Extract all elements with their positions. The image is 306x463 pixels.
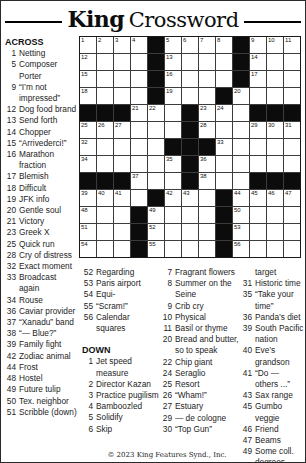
- grid-cell[interactable]: 36: [199, 156, 215, 172]
- title-king: King: [67, 6, 124, 32]
- grid-cell[interactable]: 55: [148, 241, 164, 257]
- clue-column-2: 52Regarding53Paris airport54Equi-55“Scra…: [79, 267, 161, 463]
- cell-number: 52: [149, 224, 156, 231]
- grid-cell[interactable]: 41: [114, 190, 130, 206]
- grid-cell[interactable]: [165, 173, 181, 189]
- clue-text: “Wham!”: [175, 390, 241, 401]
- cell-number: 28: [200, 122, 207, 129]
- cell-number: 53: [234, 224, 241, 231]
- clue-number: 39: [241, 323, 252, 345]
- grid-cell[interactable]: 27: [114, 122, 130, 138]
- grid-cell[interactable]: [284, 156, 300, 172]
- clue-item: 20Bread and butter, so to speak: [161, 334, 241, 356]
- grid-cell[interactable]: 39: [80, 190, 96, 206]
- clue-number: 21: [5, 216, 16, 227]
- masthead-rule-left: [5, 21, 62, 23]
- clue-item: 38“— Blue?”: [5, 328, 78, 339]
- grid-cell[interactable]: [97, 156, 113, 172]
- clue-text: Victory: [19, 216, 78, 227]
- grid-cell[interactable]: 6: [182, 37, 198, 53]
- grid-cell[interactable]: 4: [131, 37, 147, 53]
- clue-number: 2: [82, 379, 93, 390]
- grid-cell[interactable]: 29: [250, 122, 266, 138]
- clue-text: Basil or thyme: [175, 323, 241, 334]
- grid-cell[interactable]: 38: [199, 173, 215, 189]
- clue-text: Chopper: [19, 127, 78, 138]
- clue-item: 18Difficult: [5, 183, 78, 194]
- clue-text: Practice pugilism: [96, 390, 161, 401]
- clue-text: Composer Porter: [19, 59, 78, 81]
- clue-item: 37“Xanadu” band: [5, 317, 78, 328]
- grid-cell[interactable]: [114, 207, 130, 223]
- grid-cell[interactable]: [284, 241, 300, 257]
- grid-cell[interactable]: [97, 139, 113, 155]
- clue-text: Hostel: [19, 373, 78, 384]
- grid-cell[interactable]: [114, 88, 130, 104]
- clue-text: Blemish: [19, 171, 78, 182]
- clue-text: Eve’s grandson: [255, 345, 305, 367]
- grid-cell[interactable]: 10: [267, 37, 283, 53]
- grid-cell[interactable]: [284, 71, 300, 87]
- clue-number: 16: [5, 149, 16, 171]
- grid-cell[interactable]: [148, 139, 164, 155]
- grid-cell[interactable]: 22: [148, 105, 164, 121]
- grid-cell[interactable]: [267, 207, 283, 223]
- grid-cell[interactable]: [284, 207, 300, 223]
- grid-cell[interactable]: [131, 71, 147, 87]
- grid-cell[interactable]: [182, 207, 198, 223]
- clue-number: 53: [82, 278, 93, 289]
- black-cell: [216, 190, 232, 206]
- grid-cell[interactable]: [114, 139, 130, 155]
- clue-item: 31Historic time: [241, 278, 305, 289]
- grid-cell[interactable]: [199, 88, 215, 104]
- grid-cell[interactable]: [199, 241, 215, 257]
- grid-cell[interactable]: 52: [148, 224, 164, 240]
- grid-cell[interactable]: 23: [199, 105, 215, 121]
- grid-cell[interactable]: 16: [165, 71, 181, 87]
- grid-cell[interactable]: [114, 71, 130, 87]
- grid-cell[interactable]: 24: [216, 105, 232, 121]
- cell-number: 56: [234, 241, 241, 248]
- grid-cell[interactable]: [97, 224, 113, 240]
- down-clues-col4: target31Historic time35“Take your time”3…: [241, 267, 305, 463]
- grid-cell[interactable]: [233, 156, 249, 172]
- cell-number: 37: [132, 173, 139, 180]
- grid-cell[interactable]: 48: [80, 207, 96, 223]
- cell-number: 48: [81, 207, 88, 214]
- clue-item: target: [241, 267, 305, 278]
- clue-number: 51: [5, 407, 16, 418]
- clue-number: 13: [5, 115, 16, 126]
- clue-number: 27: [161, 401, 172, 412]
- cell-number: 46: [268, 190, 275, 197]
- grid-cell[interactable]: [97, 241, 113, 257]
- across-clue-column: ACROSS 1Netting5Composer Porter9“I’m not…: [1, 34, 79, 418]
- cell-number: 36: [200, 156, 207, 163]
- grid-cell[interactable]: 44: [233, 190, 249, 206]
- clue-number: 47: [241, 435, 252, 446]
- grid-cell[interactable]: [233, 139, 249, 155]
- grid-cell[interactable]: [165, 207, 181, 223]
- grid-cell[interactable]: [97, 207, 113, 223]
- grid-cell[interactable]: [182, 71, 198, 87]
- clue-text: Estuary: [175, 401, 241, 412]
- grid-cell[interactable]: 17: [250, 71, 266, 87]
- cell-number: 34: [81, 156, 88, 163]
- grid-cell[interactable]: [148, 173, 164, 189]
- clue-item: 50Tex. neighbor: [5, 396, 78, 407]
- black-cell: [148, 37, 164, 53]
- cell-number: 42: [166, 190, 173, 197]
- clue-column-3: 7Fragrant flowers8Summer on the Seine9Cr…: [161, 267, 241, 463]
- clue-text: Skip: [96, 424, 161, 435]
- clue-item: 7Fragrant flowers: [161, 267, 241, 278]
- clue-text: Marathon fraction: [19, 149, 78, 171]
- black-cell: [250, 105, 266, 121]
- grid-cell[interactable]: [216, 71, 232, 87]
- grid-cell[interactable]: 12: [80, 54, 96, 70]
- clue-item: 9Crib cry: [161, 301, 241, 312]
- cell-number: 39: [81, 190, 88, 197]
- black-cell: [165, 139, 181, 155]
- grid-cell[interactable]: [165, 122, 181, 138]
- grid-cell[interactable]: 21: [131, 105, 147, 121]
- grid-cell[interactable]: [267, 71, 283, 87]
- grid-cell[interactable]: [267, 139, 283, 155]
- cell-number: 10: [268, 37, 275, 44]
- clue-item: 13Send forth: [5, 115, 78, 126]
- grid-cell[interactable]: 31: [284, 122, 300, 138]
- grid-cell[interactable]: [284, 88, 300, 104]
- grid-cell[interactable]: [131, 139, 147, 155]
- grid-cell[interactable]: 56: [233, 241, 249, 257]
- clue-text: “I’m not impressed”: [19, 82, 78, 104]
- clue-text: Family fight: [19, 339, 78, 350]
- clue-number: 20: [161, 334, 172, 356]
- grid-cell[interactable]: 19: [165, 88, 181, 104]
- grid-cell[interactable]: [233, 105, 249, 121]
- grid-cell[interactable]: [148, 122, 164, 138]
- clue-text: — de cologne: [175, 413, 241, 424]
- grid-cell[interactable]: [97, 71, 113, 87]
- body-row: ACROSS 1Netting5Composer Porter9“I’m not…: [1, 34, 305, 463]
- grid-cell[interactable]: 54: [80, 241, 96, 257]
- cell-number: 30: [268, 122, 275, 129]
- grid-cell[interactable]: 2: [97, 37, 113, 53]
- grid-cell[interactable]: [216, 122, 232, 138]
- clue-number: 8: [161, 278, 172, 300]
- clue-text: Exact moment: [19, 261, 78, 272]
- clue-number: 11: [161, 323, 172, 334]
- grid-cell[interactable]: 51: [80, 224, 96, 240]
- clue-number: 35: [241, 289, 252, 311]
- grid-cell[interactable]: [114, 224, 130, 240]
- grid-cell[interactable]: [114, 54, 130, 70]
- grid-cell[interactable]: [182, 224, 198, 240]
- grid-cell[interactable]: 45: [250, 190, 266, 206]
- clue-text: Friend: [255, 424, 305, 435]
- black-cell: [284, 105, 300, 121]
- clue-item: 44Frost: [5, 362, 78, 373]
- cell-number: 41: [115, 190, 122, 197]
- clue-item: 17Blemish: [5, 171, 78, 182]
- grid-cell[interactable]: [250, 88, 266, 104]
- black-cell: [182, 156, 198, 172]
- clue-text: Greek X: [19, 227, 78, 238]
- grid-cell[interactable]: 14: [250, 54, 266, 70]
- clue-text: Gentle soul: [19, 205, 78, 216]
- clue-text: Bread and butter, so to speak: [175, 334, 241, 356]
- grid-cell[interactable]: [267, 54, 283, 70]
- clue-text: Frost: [19, 362, 78, 373]
- grid-cell[interactable]: [267, 156, 283, 172]
- black-cell: [131, 207, 147, 223]
- clue-number: 29: [161, 413, 172, 424]
- clue-text: Regarding: [96, 267, 161, 278]
- clue-number: 28: [5, 250, 16, 261]
- clue-number: 43: [241, 390, 252, 401]
- clue-number: 4: [82, 401, 93, 412]
- grid-cell[interactable]: 15: [80, 71, 96, 87]
- grid-cell[interactable]: [216, 156, 232, 172]
- grid-cell[interactable]: [233, 122, 249, 138]
- grid-cell[interactable]: [165, 241, 181, 257]
- clue-item: 43Sax range: [241, 390, 305, 401]
- clue-number: 3: [82, 390, 93, 401]
- grid-cell[interactable]: [284, 139, 300, 155]
- clue-item: 34Rouse: [5, 295, 78, 306]
- grid-cell[interactable]: [250, 224, 266, 240]
- grid-cell[interactable]: [148, 156, 164, 172]
- clue-number: 1: [5, 48, 16, 59]
- black-cell: [80, 173, 96, 189]
- clue-number: 26: [161, 390, 172, 401]
- grid-cell[interactable]: 13: [165, 54, 181, 70]
- grid-cell[interactable]: 33: [216, 139, 232, 155]
- grid-cell[interactable]: [216, 173, 232, 189]
- grid-cell[interactable]: [131, 190, 147, 206]
- clue-text: South Pacific nation: [255, 323, 305, 345]
- clue-number: 56: [82, 312, 93, 334]
- grid-cell[interactable]: 47: [284, 190, 300, 206]
- grid-cell[interactable]: [114, 156, 130, 172]
- grid-cell[interactable]: 35: [165, 156, 181, 172]
- clue-number: 30: [161, 424, 172, 435]
- clue-item: 27Estuary: [161, 401, 241, 412]
- clue-text: Dog food brand: [19, 104, 78, 115]
- clue-number: 39: [5, 339, 16, 350]
- grid-cell[interactable]: 26: [97, 122, 113, 138]
- clue-text: “Do — others ...”: [255, 368, 305, 390]
- grid-cell[interactable]: 43: [182, 190, 198, 206]
- grid-cell[interactable]: [182, 241, 198, 257]
- clue-number: 5: [82, 412, 93, 423]
- clue-text: Rouse: [19, 295, 78, 306]
- grid-cell[interactable]: [250, 241, 266, 257]
- clue-text: Seraglio: [175, 368, 241, 379]
- grid-cell[interactable]: [267, 224, 283, 240]
- black-cell: [216, 241, 232, 257]
- clue-text: “Top Gun”: [175, 424, 241, 435]
- clue-number: 49: [5, 384, 16, 395]
- grid-cell[interactable]: 28: [199, 122, 215, 138]
- black-cell: [182, 173, 198, 189]
- cell-number: 38: [200, 173, 207, 180]
- grid-cell[interactable]: [284, 224, 300, 240]
- grid-cell[interactable]: [267, 88, 283, 104]
- grid-cell[interactable]: [131, 156, 147, 172]
- clue-item: 53Paris airport: [82, 278, 161, 289]
- clue-text: Bamboozled: [96, 401, 161, 412]
- grid-cell[interactable]: [97, 88, 113, 104]
- clue-item: 24Seraglio: [161, 368, 241, 379]
- cell-number: 12: [81, 54, 88, 61]
- clue-number: 36: [241, 312, 252, 323]
- clue-item: 29— de cologne: [161, 413, 241, 424]
- grid-cell[interactable]: 30: [267, 122, 283, 138]
- grid-cell[interactable]: 49: [148, 207, 164, 223]
- clue-text: Fragrant flowers: [175, 267, 241, 278]
- grid-cell[interactable]: 25: [80, 122, 96, 138]
- grid-cell[interactable]: [250, 207, 266, 223]
- grid-cell[interactable]: 18: [80, 88, 96, 104]
- black-cell: [131, 241, 147, 257]
- grid-cell[interactable]: [199, 54, 215, 70]
- clue-item: 22Chip giant: [161, 357, 241, 368]
- grid-cell[interactable]: 37: [131, 173, 147, 189]
- black-cell: [131, 224, 147, 240]
- grid-cell[interactable]: [250, 139, 266, 155]
- grid-cell[interactable]: [131, 122, 147, 138]
- black-cell: [148, 54, 164, 70]
- grid-cell[interactable]: [182, 54, 198, 70]
- grid-cell[interactable]: [131, 54, 147, 70]
- grid-cell[interactable]: 20: [233, 88, 249, 104]
- grid-cell[interactable]: 3: [114, 37, 130, 53]
- clue-text: Director Kazan: [96, 379, 161, 390]
- clue-number: 55: [82, 301, 93, 312]
- grid-cell[interactable]: 42: [165, 190, 181, 206]
- grid-cell[interactable]: [165, 224, 181, 240]
- clue-item: 2Director Kazan: [82, 379, 161, 390]
- grid-cell[interactable]: 8: [216, 37, 232, 53]
- grid-cell[interactable]: [114, 241, 130, 257]
- cell-number: 49: [149, 207, 156, 214]
- clue-item: 36Caviar provider: [5, 306, 78, 317]
- grid-cell[interactable]: [216, 54, 232, 70]
- copyright: © 2023 King Features Synd., Inc.: [94, 451, 240, 460]
- clue-item: 42Zodiac animal: [5, 351, 78, 362]
- cell-number: 17: [251, 71, 258, 78]
- cell-number: 44: [234, 190, 241, 197]
- clue-item: 23Greek X: [5, 227, 78, 238]
- grid-cell[interactable]: 53: [233, 224, 249, 240]
- clue-item: 32Exact moment: [5, 261, 78, 272]
- clue-text: Historic time: [255, 278, 305, 289]
- cell-number: 47: [285, 190, 292, 197]
- grid-cell[interactable]: [199, 190, 215, 206]
- black-cell: [97, 173, 113, 189]
- cell-number: 43: [183, 190, 190, 197]
- grid-cell[interactable]: 5: [165, 37, 181, 53]
- clue-item: 40Eve’s grandson: [241, 345, 305, 367]
- grid-cell[interactable]: 50: [233, 207, 249, 223]
- clue-number: 32: [5, 261, 16, 272]
- black-cell: [199, 139, 215, 155]
- grid-cell[interactable]: [131, 88, 147, 104]
- clue-item: 11Basil or thyme: [161, 323, 241, 334]
- black-cell: [233, 71, 249, 87]
- clue-item: 35“Take your time”: [241, 289, 305, 311]
- clue-number: 20: [5, 205, 16, 216]
- clue-number: 14: [5, 127, 16, 138]
- clue-number: 49: [241, 446, 252, 463]
- clue-text: Some coll. degrees: [255, 446, 305, 463]
- clue-item: 8Summer on the Seine: [161, 278, 241, 300]
- grid-cell[interactable]: [199, 207, 215, 223]
- grid-cell[interactable]: [165, 105, 181, 121]
- grid-cell[interactable]: 34: [80, 156, 96, 172]
- clue-item: 9“I’m not impressed”: [5, 82, 78, 104]
- grid-cell[interactable]: [199, 224, 215, 240]
- masthead-rule-right: [244, 21, 301, 23]
- clue-number: [241, 267, 252, 278]
- grid-cell[interactable]: 11: [284, 37, 300, 53]
- cell-number: 31: [285, 122, 292, 129]
- cell-number: 6: [183, 37, 186, 44]
- clue-text: Panda’s diet: [255, 312, 305, 323]
- cell-number: 50: [234, 207, 241, 214]
- clue-item: 49Some coll. degrees: [241, 446, 305, 463]
- masthead: King Crossword: [1, 1, 305, 34]
- clue-text: Future tulip: [19, 384, 78, 395]
- grid-cell[interactable]: 1: [80, 37, 96, 53]
- black-cell: [182, 105, 198, 121]
- grid-cell[interactable]: 46: [267, 190, 283, 206]
- clue-text: Quick run: [19, 239, 78, 250]
- grid-cell[interactable]: [97, 54, 113, 70]
- clue-text: “Scram!”: [96, 301, 161, 312]
- clue-item: 4Bamboozled: [82, 401, 161, 412]
- clue-number: 10: [161, 312, 172, 323]
- title-crossword: Crossword: [129, 8, 239, 32]
- clue-number: 15: [5, 138, 16, 149]
- grid-cell[interactable]: [284, 54, 300, 70]
- grid-cell[interactable]: [267, 241, 283, 257]
- black-cell: [148, 71, 164, 87]
- grid-cell[interactable]: 9: [250, 37, 266, 53]
- clue-number: 24: [161, 368, 172, 379]
- grid-cell[interactable]: 32: [80, 139, 96, 155]
- grid-cell[interactable]: [233, 173, 249, 189]
- grid-cell[interactable]: 40: [97, 190, 113, 206]
- cell-number: 3: [115, 37, 118, 44]
- cell-number: 5: [166, 37, 169, 44]
- cell-number: 9: [251, 37, 254, 44]
- cell-number: 11: [285, 37, 291, 44]
- grid-cell[interactable]: [182, 88, 198, 104]
- grid-cell[interactable]: [250, 156, 266, 172]
- grid-cell[interactable]: 7: [199, 37, 215, 53]
- clue-number: 42: [5, 351, 16, 362]
- grid-cell[interactable]: [199, 71, 215, 87]
- black-cell: [182, 139, 198, 155]
- clue-number: 9: [5, 82, 16, 104]
- cell-number: 8: [217, 37, 220, 44]
- black-cell: [114, 105, 130, 121]
- cell-number: 54: [81, 241, 88, 248]
